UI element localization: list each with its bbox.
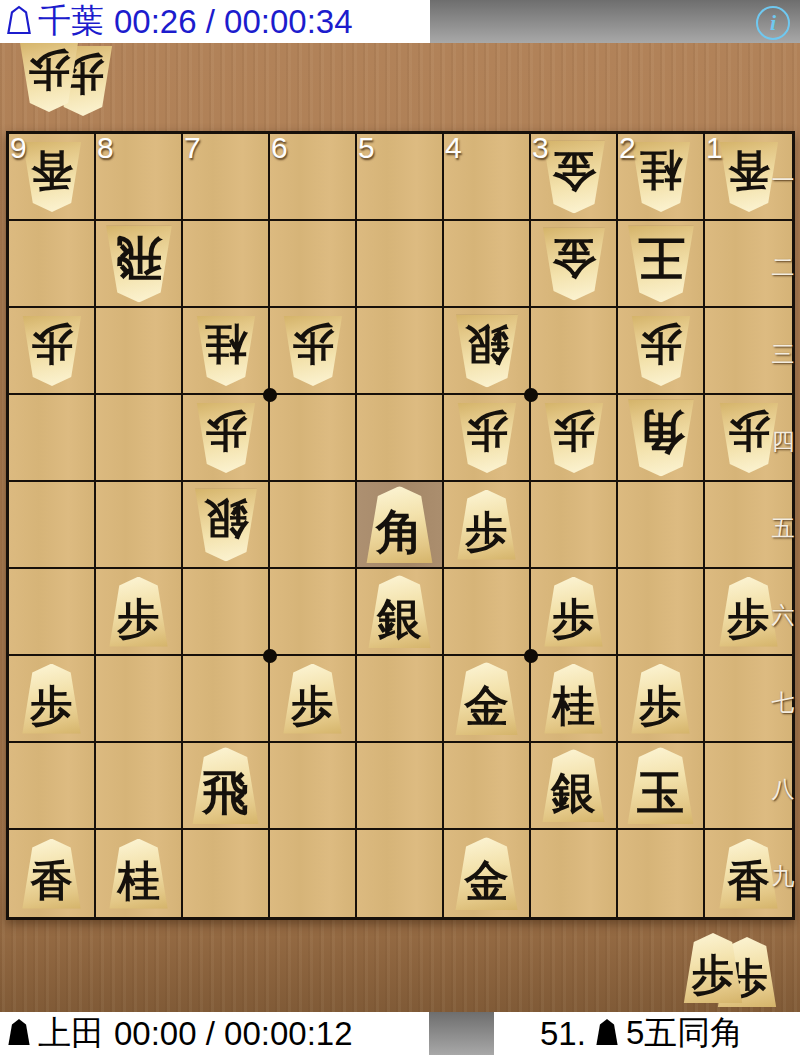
board-grid: 香金桂香飛金王歩桂歩銀歩歩歩歩角歩銀角歩歩銀歩歩歩歩金桂歩飛銀玉香桂金香 <box>9 134 792 917</box>
board-square[interactable]: 銀 <box>444 308 531 395</box>
shogi-piece-sente[interactable]: 桂 <box>543 664 605 734</box>
shogi-piece-gote[interactable]: 歩 <box>21 316 83 386</box>
shogi-piece-gote[interactable]: 銀 <box>193 488 259 561</box>
board-square[interactable]: 桂 <box>96 830 183 917</box>
board-square[interactable] <box>9 395 96 482</box>
board-square[interactable] <box>444 743 531 830</box>
shogi-piece-gote[interactable]: 角 <box>626 399 696 476</box>
shogi-piece-sente[interactable]: 銀 <box>541 749 607 822</box>
board-square[interactable] <box>183 656 270 743</box>
shogi-piece-gote[interactable]: 歩 <box>282 316 344 386</box>
board-square[interactable]: 歩 <box>444 482 531 569</box>
board-square[interactable] <box>9 569 96 656</box>
rank-label: 六 <box>768 600 798 631</box>
board-square[interactable] <box>357 395 444 482</box>
rank-label: 三 <box>768 339 798 370</box>
board-square[interactable]: 桂 <box>531 656 618 743</box>
board-square[interactable] <box>9 482 96 569</box>
move-number: 51. <box>540 1015 586 1053</box>
board-square[interactable]: 香 <box>9 830 96 917</box>
board-square[interactable] <box>270 395 357 482</box>
shogi-piece-sente[interactable]: 玉 <box>626 747 696 824</box>
board-square[interactable]: 金 <box>531 221 618 308</box>
shogi-piece-gote[interactable]: 銀 <box>454 314 520 387</box>
rank-label: 九 <box>768 861 798 892</box>
board-square[interactable]: 飛 <box>183 743 270 830</box>
board-square[interactable] <box>531 482 618 569</box>
star-point <box>524 649 538 663</box>
shogi-piece-gote[interactable]: 歩 <box>195 403 257 473</box>
shogi-piece-sente[interactable]: 角 <box>365 486 435 563</box>
board-square[interactable]: 銀 <box>357 569 444 656</box>
shogi-piece-sente[interactable]: 歩 <box>456 490 518 560</box>
shogi-piece-sente[interactable]: 銀 <box>367 575 433 648</box>
board-square[interactable] <box>96 482 183 569</box>
board-square[interactable]: 銀 <box>183 482 270 569</box>
board-square[interactable] <box>183 221 270 308</box>
board-square[interactable]: 角 <box>357 482 444 569</box>
top-status-bar: 千葉 00:26 / 00:00:34 i <box>0 0 800 43</box>
shogi-piece-sente[interactable]: 桂 <box>108 839 170 909</box>
shogi-piece-sente[interactable]: 飛 <box>191 747 261 824</box>
board-square[interactable] <box>183 569 270 656</box>
rank-label: 一 <box>768 165 798 196</box>
board-square[interactable]: 桂 <box>183 308 270 395</box>
board-square[interactable] <box>270 830 357 917</box>
rank-label: 五 <box>768 513 798 544</box>
shogi-piece-sente[interactable]: 歩 <box>21 664 83 734</box>
shogi-piece-gote[interactable]: 桂 <box>630 142 692 212</box>
shogi-piece-sente[interactable]: 歩 <box>543 577 605 647</box>
file-label: 5 <box>358 131 375 165</box>
board-square[interactable]: 歩 <box>618 308 705 395</box>
board-square[interactable]: 歩 <box>9 308 96 395</box>
rank-label: 八 <box>768 774 798 805</box>
bottom-status-bar: 上田 00:00 / 00:00:12 51. 5五同角 <box>0 1012 800 1055</box>
star-point <box>263 388 277 402</box>
board-square[interactable] <box>357 743 444 830</box>
board-square[interactable] <box>96 656 183 743</box>
board-square[interactable] <box>270 569 357 656</box>
board-square[interactable]: 歩 <box>96 569 183 656</box>
board-square[interactable] <box>357 221 444 308</box>
sente-player-panel: 上田 00:00 / 00:00:12 <box>0 1012 429 1055</box>
board-square[interactable] <box>96 308 183 395</box>
move-text: 5五同角 <box>626 1011 743 1055</box>
board-square[interactable]: 銀 <box>531 743 618 830</box>
board-square[interactable]: 王 <box>618 221 705 308</box>
shogi-piece-gote[interactable]: 金 <box>541 140 607 213</box>
file-label: 7 <box>184 131 201 165</box>
board-square[interactable] <box>270 221 357 308</box>
sente-hand-tray[interactable]: 歩歩 <box>678 933 788 1011</box>
gote-player-name: 千葉 <box>38 0 104 44</box>
shogi-app-screen: 千葉 00:26 / 00:00:34 i 歩歩 香金桂香飛金王歩桂歩銀歩歩歩歩… <box>0 0 800 1055</box>
board-square[interactable] <box>357 656 444 743</box>
gote-hand-tray[interactable]: 歩歩 <box>14 42 124 120</box>
file-label: 8 <box>97 131 114 165</box>
shogi-piece-sente[interactable]: 歩 <box>630 664 692 734</box>
shogi-piece-sente[interactable]: 金 <box>454 837 520 910</box>
board-square[interactable] <box>9 221 96 308</box>
sente-player-clock: 00:00 / 00:00:12 <box>114 1015 353 1053</box>
rank-label: 四 <box>768 426 798 457</box>
shogi-piece-sente[interactable]: 金 <box>454 662 520 735</box>
star-point <box>524 388 538 402</box>
shogi-piece-gote[interactable]: 金 <box>541 227 607 300</box>
star-point <box>263 649 277 663</box>
shogi-board: 香金桂香飛金王歩桂歩銀歩歩歩歩角歩銀角歩歩銀歩歩歩歩金桂歩飛銀玉香桂金香 <box>6 131 795 920</box>
board-square[interactable] <box>531 830 618 917</box>
sente-piece-icon <box>6 1017 32 1051</box>
file-label: 1 <box>706 131 723 165</box>
file-label: 6 <box>271 131 288 165</box>
file-label: 9 <box>10 131 27 165</box>
board-square[interactable] <box>9 743 96 830</box>
board-square[interactable]: 歩 <box>270 308 357 395</box>
board-square[interactable] <box>183 830 270 917</box>
board-square[interactable]: 歩 <box>270 656 357 743</box>
rank-label: 七 <box>768 687 798 718</box>
shogi-piece-gote[interactable]: 香 <box>21 142 83 212</box>
shogi-piece-gote[interactable]: 歩 <box>630 316 692 386</box>
board-square[interactable] <box>618 830 705 917</box>
shogi-piece-sente[interactable]: 香 <box>21 839 83 909</box>
sente-player-name: 上田 <box>38 1011 104 1055</box>
board-square[interactable]: 飛 <box>96 221 183 308</box>
shogi-piece-gote[interactable]: 歩 <box>456 403 518 473</box>
gote-piece-icon <box>6 5 32 39</box>
board-square[interactable]: 歩 <box>531 395 618 482</box>
board-square[interactable] <box>96 743 183 830</box>
gote-player-panel: 千葉 00:26 / 00:00:34 <box>0 0 430 43</box>
board-square[interactable]: 歩 <box>531 569 618 656</box>
board-square[interactable]: 歩 <box>183 395 270 482</box>
board-square[interactable]: 玉 <box>618 743 705 830</box>
shogi-piece-gote[interactable]: 桂 <box>195 316 257 386</box>
board-square[interactable]: 金 <box>444 830 531 917</box>
board-square[interactable] <box>357 308 444 395</box>
gote-player-clock: 00:26 / 00:00:34 <box>114 3 353 41</box>
board-square[interactable] <box>618 482 705 569</box>
last-move-panel: 51. 5五同角 <box>494 1012 800 1055</box>
shogi-piece-gote[interactable]: 飛 <box>104 225 174 302</box>
board-square[interactable] <box>444 569 531 656</box>
board-square[interactable]: 歩 <box>618 656 705 743</box>
board-square[interactable] <box>357 830 444 917</box>
board-square[interactable]: 角 <box>618 395 705 482</box>
file-label: 4 <box>445 131 462 165</box>
board-square[interactable] <box>96 395 183 482</box>
shogi-piece-gote[interactable]: 王 <box>626 225 696 302</box>
board-square[interactable] <box>531 308 618 395</box>
shogi-piece-sente[interactable]: 歩 <box>108 577 170 647</box>
board-square[interactable] <box>270 482 357 569</box>
board-square[interactable] <box>270 743 357 830</box>
sente-move-icon <box>594 1017 620 1051</box>
board-square[interactable]: 歩 <box>9 656 96 743</box>
shogi-piece-sente[interactable]: 歩 <box>282 664 344 734</box>
file-label: 2 <box>619 131 636 165</box>
board-square[interactable]: 金 <box>444 656 531 743</box>
board-square[interactable]: 歩 <box>444 395 531 482</box>
board-square[interactable] <box>618 569 705 656</box>
shogi-piece-gote[interactable]: 歩 <box>543 403 605 473</box>
file-label: 3 <box>532 131 549 165</box>
info-icon[interactable]: i <box>756 6 790 40</box>
rank-label: 二 <box>768 252 798 283</box>
board-square[interactable] <box>444 221 531 308</box>
